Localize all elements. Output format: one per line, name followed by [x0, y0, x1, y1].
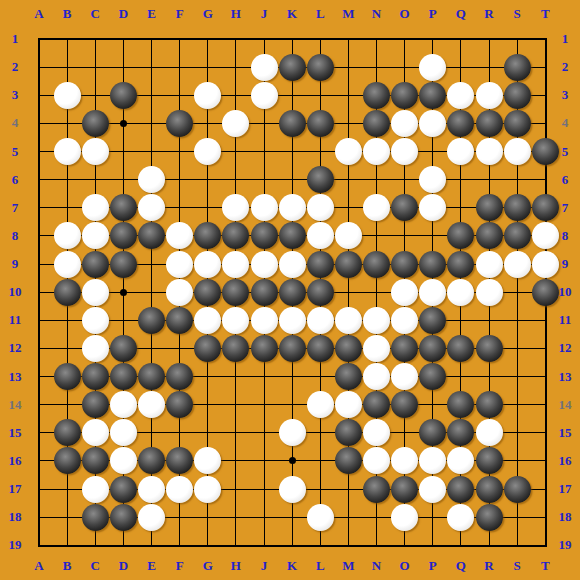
stone-black	[279, 335, 306, 362]
stone-black	[82, 447, 109, 474]
stone-white	[251, 82, 278, 109]
stone-white	[335, 391, 362, 418]
stone-black	[110, 363, 137, 390]
stone-black	[110, 504, 137, 531]
stone-black	[391, 82, 418, 109]
stone-black	[54, 447, 81, 474]
row-label-left[interactable]: 11	[9, 313, 21, 327]
stone-black	[419, 82, 446, 109]
row-label-right[interactable]: 16	[559, 454, 572, 468]
row-label-left[interactable]: 12	[9, 341, 22, 355]
row-label-right[interactable]: 13	[559, 370, 572, 384]
stone-black	[504, 222, 531, 249]
row-label-right[interactable]: 3	[562, 88, 569, 102]
row-label-left[interactable]: 9	[12, 257, 19, 271]
row-label-left[interactable]: 8	[12, 229, 19, 243]
stone-white	[138, 391, 165, 418]
stone-black	[166, 363, 193, 390]
row-label-right[interactable]: 6	[562, 173, 569, 187]
stone-black	[391, 251, 418, 278]
column-label-top[interactable]: R	[484, 7, 493, 21]
stone-white	[419, 54, 446, 81]
stone-black	[532, 194, 559, 221]
stone-black	[279, 222, 306, 249]
stone-black	[391, 476, 418, 503]
column-label-top[interactable]: Q	[456, 7, 466, 21]
column-label-top[interactable]: E	[147, 7, 156, 21]
row-label-left[interactable]: 19	[9, 538, 22, 552]
stone-black	[532, 279, 559, 306]
stone-black	[54, 279, 81, 306]
star-point	[120, 120, 127, 127]
stone-black	[504, 110, 531, 137]
stone-white	[419, 110, 446, 137]
stone-black	[82, 391, 109, 418]
stone-black	[532, 138, 559, 165]
stone-white	[222, 251, 249, 278]
stone-white	[166, 251, 193, 278]
stone-white	[476, 279, 503, 306]
column-label-top[interactable]: F	[176, 7, 184, 21]
stone-white	[391, 307, 418, 334]
stone-black	[504, 476, 531, 503]
column-label-top[interactable]: J	[261, 7, 268, 21]
column-label-top[interactable]: H	[231, 7, 241, 21]
row-label-right[interactable]: 19	[559, 538, 572, 552]
stone-black	[476, 391, 503, 418]
stone-black	[110, 476, 137, 503]
stone-white	[54, 82, 81, 109]
stone-black	[476, 476, 503, 503]
stone-black	[476, 110, 503, 137]
column-label-bottom[interactable]: O	[400, 559, 410, 573]
stone-black	[363, 82, 390, 109]
column-label-bottom[interactable]: S	[514, 559, 521, 573]
stone-white	[307, 194, 334, 221]
stone-black	[476, 194, 503, 221]
stone-black	[504, 194, 531, 221]
column-label-top[interactable]: N	[372, 7, 381, 21]
column-label-bottom[interactable]: P	[429, 559, 437, 573]
stone-white	[54, 222, 81, 249]
stone-white	[279, 194, 306, 221]
row-label-right[interactable]: 11	[559, 313, 571, 327]
stone-white	[251, 307, 278, 334]
stone-white	[82, 307, 109, 334]
row-label-right[interactable]: 5	[562, 145, 569, 159]
stone-black	[251, 222, 278, 249]
column-label-top[interactable]: B	[63, 7, 72, 21]
stone-white	[335, 307, 362, 334]
stone-white	[476, 251, 503, 278]
stone-white	[363, 307, 390, 334]
stone-black	[82, 504, 109, 531]
stone-black	[222, 279, 249, 306]
stone-black	[476, 335, 503, 362]
column-label-top[interactable]: L	[316, 7, 325, 21]
stone-white	[419, 476, 446, 503]
stone-white	[307, 391, 334, 418]
row-label-right[interactable]: 17	[559, 482, 572, 496]
row-label-right[interactable]: 2	[562, 60, 569, 74]
stone-white	[194, 82, 221, 109]
stone-white	[194, 251, 221, 278]
stone-black	[166, 307, 193, 334]
stone-white	[54, 138, 81, 165]
stone-black	[391, 335, 418, 362]
column-label-bottom[interactable]: N	[372, 559, 381, 573]
stone-white	[251, 251, 278, 278]
column-label-bottom[interactable]: E	[147, 559, 156, 573]
column-label-bottom[interactable]: J	[261, 559, 268, 573]
column-label-bottom[interactable]: M	[342, 559, 354, 573]
row-label-right[interactable]: 9	[562, 257, 569, 271]
star-point	[120, 289, 127, 296]
row-label-left[interactable]: 1	[12, 32, 19, 46]
column-label-top[interactable]: K	[287, 7, 297, 21]
stone-white	[279, 307, 306, 334]
stone-white	[476, 419, 503, 446]
stone-black	[335, 251, 362, 278]
column-label-top[interactable]: M	[342, 7, 354, 21]
stone-black	[54, 363, 81, 390]
stone-black	[251, 279, 278, 306]
column-label-bottom[interactable]: B	[63, 559, 72, 573]
stone-black	[279, 279, 306, 306]
row-label-left[interactable]: 15	[9, 426, 22, 440]
column-label-top[interactable]: C	[91, 7, 100, 21]
column-label-bottom[interactable]: C	[91, 559, 100, 573]
column-label-top[interactable]: G	[203, 7, 213, 21]
row-label-left[interactable]: 5	[12, 145, 19, 159]
stone-black	[504, 82, 531, 109]
stone-white	[532, 251, 559, 278]
stone-black	[307, 335, 334, 362]
stone-white	[447, 504, 474, 531]
stone-white	[391, 138, 418, 165]
stone-black	[335, 335, 362, 362]
column-label-bottom[interactable]: D	[119, 559, 128, 573]
row-label-right[interactable]: 14	[559, 398, 572, 412]
stone-white	[391, 279, 418, 306]
stone-black	[363, 391, 390, 418]
stone-white	[307, 504, 334, 531]
stone-white	[307, 307, 334, 334]
row-label-right[interactable]: 4	[562, 116, 569, 130]
stone-black	[194, 335, 221, 362]
column-label-bottom[interactable]: T	[541, 559, 550, 573]
column-label-top[interactable]: D	[119, 7, 128, 21]
stone-black	[279, 110, 306, 137]
row-label-left[interactable]: 3	[12, 88, 19, 102]
stone-black	[194, 279, 221, 306]
stone-white	[363, 363, 390, 390]
stone-white	[279, 476, 306, 503]
stone-white	[54, 251, 81, 278]
stone-black	[54, 419, 81, 446]
stone-white	[194, 307, 221, 334]
row-label-left[interactable]: 14	[9, 398, 22, 412]
stone-black	[335, 419, 362, 446]
stone-black	[504, 54, 531, 81]
stone-white	[82, 138, 109, 165]
stone-white	[279, 419, 306, 446]
stone-white	[363, 138, 390, 165]
stone-black	[363, 251, 390, 278]
stone-black	[307, 110, 334, 137]
row-label-left[interactable]: 6	[12, 173, 19, 187]
stone-white	[335, 138, 362, 165]
column-label-bottom[interactable]: H	[231, 559, 241, 573]
stone-white	[447, 279, 474, 306]
stone-white	[476, 138, 503, 165]
stone-white	[391, 110, 418, 137]
row-label-left[interactable]: 18	[9, 510, 22, 524]
column-label-top[interactable]: A	[34, 7, 43, 21]
row-label-right[interactable]: 7	[562, 201, 569, 215]
stone-black	[166, 110, 193, 137]
stone-white	[363, 335, 390, 362]
stone-white	[82, 222, 109, 249]
stone-black	[110, 335, 137, 362]
stone-white	[194, 476, 221, 503]
row-label-right[interactable]: 1	[562, 32, 569, 46]
stone-black	[419, 307, 446, 334]
stone-white	[504, 251, 531, 278]
stone-black	[82, 251, 109, 278]
stone-white	[82, 194, 109, 221]
stone-black	[82, 363, 109, 390]
stone-black	[419, 335, 446, 362]
stone-black	[307, 166, 334, 193]
stone-black	[279, 54, 306, 81]
row-label-left[interactable]: 10	[9, 285, 22, 299]
stone-black	[363, 476, 390, 503]
column-label-bottom[interactable]: R	[484, 559, 493, 573]
row-label-left[interactable]: 7	[12, 201, 19, 215]
column-label-bottom[interactable]: F	[176, 559, 184, 573]
star-point	[289, 457, 296, 464]
stone-black	[363, 110, 390, 137]
stone-white	[82, 335, 109, 362]
stone-white	[476, 82, 503, 109]
stone-white	[419, 279, 446, 306]
stone-white	[504, 138, 531, 165]
row-label-right[interactable]: 15	[559, 426, 572, 440]
stone-white	[251, 194, 278, 221]
column-label-bottom[interactable]: K	[287, 559, 297, 573]
stone-white	[82, 419, 109, 446]
stone-white	[251, 54, 278, 81]
row-label-left[interactable]: 16	[9, 454, 22, 468]
column-label-bottom[interactable]: G	[203, 559, 213, 573]
stone-white	[110, 391, 137, 418]
stone-black	[110, 82, 137, 109]
stone-black	[138, 307, 165, 334]
stone-white	[138, 166, 165, 193]
row-label-left[interactable]: 4	[12, 116, 19, 130]
stone-black	[476, 504, 503, 531]
stone-white	[166, 279, 193, 306]
column-label-top[interactable]: P	[429, 7, 437, 21]
stone-black	[335, 363, 362, 390]
stone-black	[307, 251, 334, 278]
stone-white	[532, 222, 559, 249]
row-label-right[interactable]: 8	[562, 229, 569, 243]
column-label-top[interactable]: O	[400, 7, 410, 21]
stone-black	[82, 110, 109, 137]
stone-black	[447, 251, 474, 278]
column-label-bottom[interactable]: Q	[456, 559, 466, 573]
stone-black	[476, 447, 503, 474]
stone-white	[307, 222, 334, 249]
column-label-bottom[interactable]: A	[34, 559, 43, 573]
stone-white	[391, 504, 418, 531]
row-label-left[interactable]: 2	[12, 60, 19, 74]
row-label-right[interactable]: 10	[559, 285, 572, 299]
stone-black	[419, 251, 446, 278]
stone-white	[279, 251, 306, 278]
stone-white	[82, 279, 109, 306]
row-label-right[interactable]: 12	[559, 341, 572, 355]
stone-white	[166, 476, 193, 503]
stone-white	[82, 476, 109, 503]
column-label-top[interactable]: T	[541, 7, 550, 21]
stone-black	[476, 222, 503, 249]
column-label-top[interactable]: S	[514, 7, 521, 21]
stone-black	[110, 251, 137, 278]
stone-white	[138, 476, 165, 503]
stone-white	[391, 363, 418, 390]
row-label-right[interactable]: 18	[559, 510, 572, 524]
stone-black	[251, 335, 278, 362]
row-label-left[interactable]: 13	[9, 370, 22, 384]
stone-white	[222, 307, 249, 334]
stone-black	[447, 476, 474, 503]
stone-white	[447, 82, 474, 109]
stone-black	[307, 54, 334, 81]
column-label-bottom[interactable]: L	[316, 559, 325, 573]
stone-white	[110, 419, 137, 446]
stone-black	[110, 194, 137, 221]
go-board[interactable]: AABBCCDDEEFFGGHHJJKKLLMMNNOOPPQQRRSSTT11…	[0, 0, 580, 580]
row-label-left[interactable]: 17	[9, 482, 22, 496]
stone-black	[138, 363, 165, 390]
stone-white	[138, 504, 165, 531]
stone-black	[307, 279, 334, 306]
